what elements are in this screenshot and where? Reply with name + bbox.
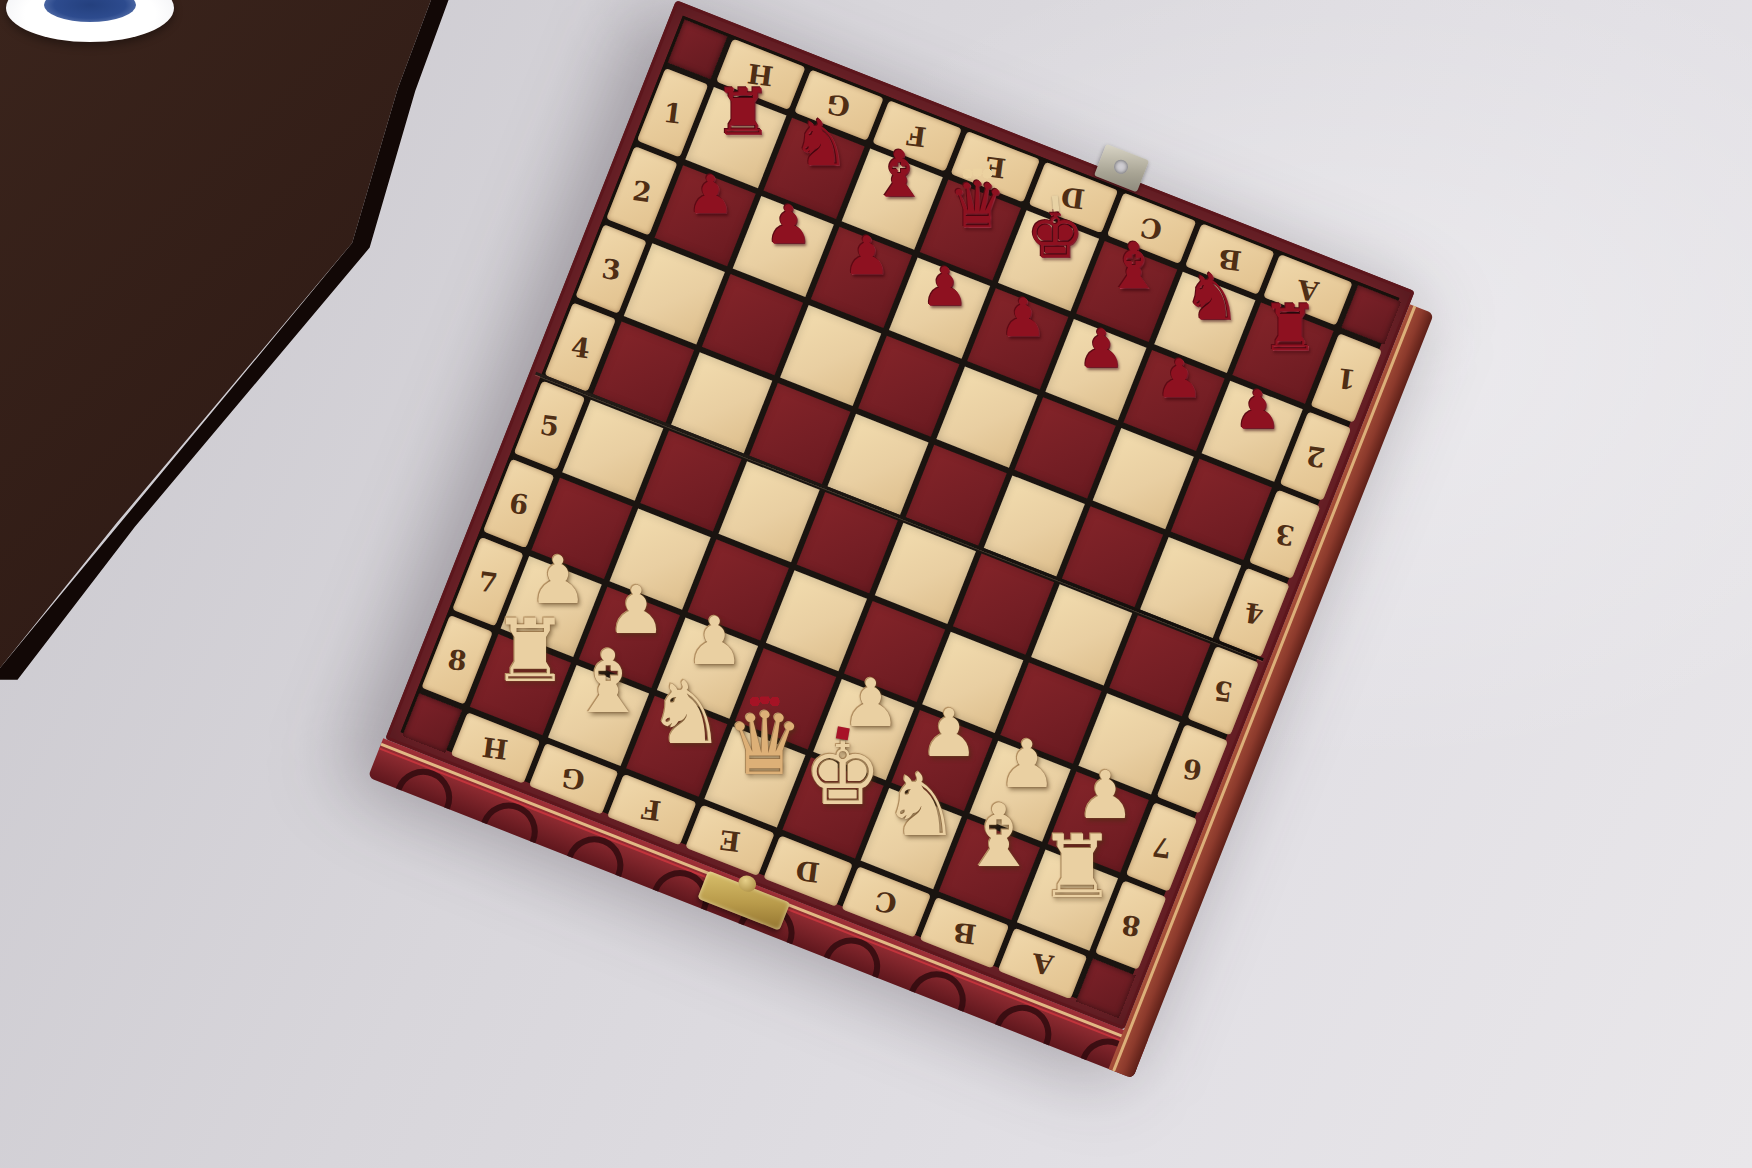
file-label-top-D: D: [1060, 181, 1087, 215]
rank-label-right-3: 3: [1273, 518, 1296, 551]
rank-label-left-5: 5: [538, 409, 561, 442]
hinge-hole: [1112, 158, 1130, 176]
rank-label-left-2: 2: [630, 174, 653, 207]
file-label-bottom-H: H: [481, 731, 510, 765]
file-label-bottom-G: G: [560, 762, 587, 796]
file-label-bottom-C: C: [874, 885, 899, 919]
file-label-bottom-B: B: [951, 916, 978, 950]
rank-label-right-5: 5: [1212, 674, 1235, 707]
file-label-bottom-F: F: [640, 793, 663, 826]
file-label-bottom-D: D: [794, 854, 821, 888]
border-corner: [402, 693, 462, 753]
rank-label-left-3: 3: [600, 252, 623, 285]
file-label-bottom-E: E: [718, 824, 742, 857]
rank-label-left-8: 8: [446, 643, 469, 676]
file-label-top-F: F: [906, 119, 929, 152]
rank-label-right-6: 6: [1181, 752, 1204, 785]
rank-label-right-1: 1: [1335, 361, 1358, 394]
rank-label-right-4: 4: [1243, 596, 1266, 629]
rank-label-right-8: 8: [1119, 909, 1142, 942]
file-label-top-G: G: [826, 88, 853, 122]
rank-label-left-4: 4: [569, 331, 592, 364]
porcelain-dish-pattern: [44, 0, 136, 22]
border-corner: [1341, 285, 1401, 345]
latch-knob: [736, 873, 759, 894]
file-label-top-E: E: [983, 150, 1007, 183]
rank-label-left-1: 1: [661, 96, 684, 129]
file-label-top-A: A: [1295, 273, 1320, 306]
rank-label-left-6: 6: [507, 487, 530, 520]
file-label-top-H: H: [746, 57, 775, 91]
rank-label-left-7: 7: [477, 565, 500, 598]
border-corner: [1076, 959, 1136, 1019]
border-corner: [668, 20, 728, 80]
scene: HGFEDCBA1122334455667788HGFEDCBA ♜♞♝♚♛♝♞…: [0, 0, 1752, 1168]
rank-label-right-7: 7: [1150, 830, 1173, 863]
file-label-bottom-A: A: [1030, 947, 1055, 980]
file-label-top-C: C: [1139, 211, 1164, 245]
rank-label-right-2: 2: [1304, 440, 1327, 473]
file-label-top-B: B: [1216, 242, 1243, 276]
